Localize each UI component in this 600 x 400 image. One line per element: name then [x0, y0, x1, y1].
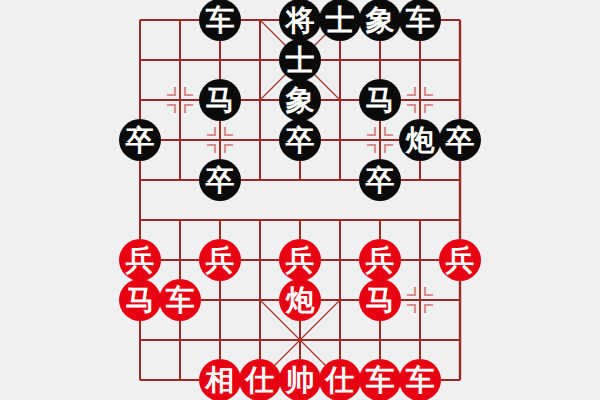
piece-black-horse[interactable]: 马 — [359, 79, 401, 121]
piece-red-chariot[interactable]: 车 — [159, 279, 201, 321]
piece-red-advisor[interactable]: 仕 — [319, 359, 361, 400]
piece-red-general[interactable]: 帅 — [279, 359, 321, 400]
piece-black-soldier[interactable]: 卒 — [359, 159, 401, 201]
piece-black-advisor[interactable]: 士 — [319, 0, 361, 41]
piece-black-chariot[interactable]: 车 — [199, 0, 241, 41]
piece-red-horse[interactable]: 马 — [359, 279, 401, 321]
piece-black-cannon[interactable]: 炮 — [399, 119, 441, 161]
piece-red-advisor[interactable]: 仕 — [239, 359, 281, 400]
piece-red-chariot[interactable]: 车 — [359, 359, 401, 400]
piece-black-chariot[interactable]: 车 — [399, 0, 441, 41]
piece-red-elephant[interactable]: 相 — [199, 359, 241, 400]
piece-red-soldier[interactable]: 兵 — [199, 239, 241, 281]
piece-black-soldier[interactable]: 卒 — [119, 119, 161, 161]
piece-black-elephant[interactable]: 象 — [359, 0, 401, 41]
piece-black-general[interactable]: 将 — [279, 0, 321, 41]
piece-red-soldier[interactable]: 兵 — [119, 239, 161, 281]
piece-black-soldier[interactable]: 卒 — [279, 119, 321, 161]
piece-red-cannon[interactable]: 炮 — [279, 279, 321, 321]
piece-black-advisor[interactable]: 士 — [279, 39, 321, 81]
piece-black-soldier[interactable]: 卒 — [199, 159, 241, 201]
piece-red-soldier[interactable]: 兵 — [279, 239, 321, 281]
piece-red-horse[interactable]: 马 — [119, 279, 161, 321]
piece-black-soldier[interactable]: 卒 — [439, 119, 481, 161]
piece-red-chariot[interactable]: 车 — [399, 359, 441, 400]
xiangqi-board: 车将士象车士马象马卒卒炮卒卒卒兵兵兵兵兵马车炮马相仕帅仕车车 — [0, 0, 600, 400]
piece-black-elephant[interactable]: 象 — [279, 79, 321, 121]
piece-black-horse[interactable]: 马 — [199, 79, 241, 121]
pieces-layer: 车将士象车士马象马卒卒炮卒卒卒兵兵兵兵兵马车炮马相仕帅仕车车 — [0, 0, 600, 400]
piece-red-soldier[interactable]: 兵 — [359, 239, 401, 281]
piece-red-soldier[interactable]: 兵 — [439, 239, 481, 281]
